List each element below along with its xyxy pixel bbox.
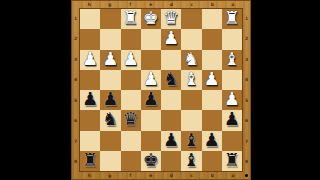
square-f4[interactable] [121, 70, 141, 90]
square-g7[interactable] [100, 131, 120, 151]
piece-wR[interactable]: ♜ [224, 9, 240, 27]
square-b4[interactable]: ♟ [202, 70, 222, 90]
square-d5[interactable] [161, 90, 181, 110]
square-e6[interactable] [141, 110, 161, 130]
square-a4[interactable] [222, 70, 242, 90]
coordinate-label: 1 [243, 8, 250, 29]
square-g4[interactable] [100, 70, 120, 90]
piece-wP[interactable]: ♟ [123, 50, 139, 68]
piece-wP[interactable]: ♟ [163, 29, 179, 47]
coordinate-label: f [120, 172, 141, 179]
square-h8[interactable]: ♜ [80, 151, 100, 171]
square-f8[interactable] [121, 151, 141, 171]
coordinate-label: 4 [72, 70, 79, 91]
rank-labels-left: 12345678 [72, 8, 79, 172]
square-h7[interactable] [80, 131, 100, 151]
square-a7[interactable] [222, 131, 242, 151]
square-e3[interactable] [141, 50, 161, 70]
piece-bN[interactable]: ♞ [102, 110, 118, 128]
piece-wP[interactable]: ♟ [204, 70, 220, 88]
piece-bB[interactable]: ♝ [183, 151, 199, 169]
piece-wB[interactable]: ♝ [183, 70, 199, 88]
piece-bP[interactable]: ♟ [143, 90, 159, 108]
square-f7[interactable] [121, 131, 141, 151]
square-f6[interactable]: ♛ [121, 110, 141, 130]
piece-bQ[interactable]: ♛ [123, 110, 139, 128]
coordinate-label: a [223, 172, 244, 179]
coordinate-label: h [79, 1, 100, 8]
square-d6[interactable] [161, 110, 181, 130]
coordinate-label: b [202, 172, 223, 179]
coordinate-label: 5 [72, 90, 79, 111]
piece-wR[interactable]: ♜ [123, 9, 139, 27]
square-h3[interactable]: ♟ [80, 50, 100, 70]
piece-bB[interactable]: ♝ [183, 131, 199, 149]
square-g3[interactable]: ♟ [100, 50, 120, 70]
letterbox-right [251, 0, 320, 180]
piece-wP[interactable]: ♟ [82, 50, 98, 68]
piece-wP[interactable]: ♟ [224, 90, 240, 108]
coordinate-label: e [141, 172, 162, 179]
board-squares: ♜♚♛♜♟♟♟♟♞♝♟♞♝♟♟♟♟♟♞♛♟♟♝♟♜♚♝♜ [79, 8, 243, 172]
coordinate-label: 2 [72, 29, 79, 50]
coordinate-label: h [79, 172, 100, 179]
coordinate-label: g [100, 172, 121, 179]
coordinate-label: 5 [243, 90, 250, 111]
square-e5[interactable]: ♟ [141, 90, 161, 110]
letterbox-left [0, 0, 71, 180]
square-b1[interactable] [202, 9, 222, 29]
square-a8[interactable]: ♜ [222, 151, 242, 171]
square-b7[interactable]: ♟ [202, 131, 222, 151]
square-e4[interactable]: ♟ [141, 70, 161, 90]
square-e2[interactable] [141, 29, 161, 49]
coordinate-label: 3 [243, 49, 250, 70]
square-b8[interactable] [202, 151, 222, 171]
file-labels-bottom: hgfedcba [79, 172, 243, 179]
coordinate-label: c [182, 172, 203, 179]
square-d8[interactable] [161, 151, 181, 171]
square-c3[interactable]: ♞ [181, 50, 201, 70]
coordinate-label: 4 [243, 70, 250, 91]
square-h4[interactable] [80, 70, 100, 90]
piece-bP[interactable]: ♟ [204, 131, 220, 149]
square-a2[interactable] [222, 29, 242, 49]
square-e8[interactable]: ♚ [141, 151, 161, 171]
square-g2[interactable] [100, 29, 120, 49]
coordinate-label: c [182, 1, 203, 8]
square-d4[interactable]: ♞ [161, 70, 181, 90]
square-g5[interactable]: ♟ [100, 90, 120, 110]
piece-bR[interactable]: ♜ [224, 151, 240, 169]
piece-wK[interactable]: ♚ [143, 9, 159, 27]
piece-wB[interactable]: ♝ [224, 50, 240, 68]
piece-bP[interactable]: ♟ [163, 131, 179, 149]
coordinate-label: 8 [72, 152, 79, 173]
square-c1[interactable] [181, 9, 201, 29]
letterboxed-stage: hgfedcba hgfedcba 12345678 12345678 ♜♚♛♜… [0, 0, 320, 180]
square-c5[interactable] [181, 90, 201, 110]
piece-bR[interactable]: ♜ [82, 151, 98, 169]
square-a3[interactable]: ♝ [222, 50, 242, 70]
square-g1[interactable] [100, 9, 120, 29]
square-d1[interactable]: ♛ [161, 9, 181, 29]
file-labels-top: hgfedcba [79, 1, 243, 8]
coordinate-label: d [161, 172, 182, 179]
piece-bP[interactable]: ♟ [82, 90, 98, 108]
square-e7[interactable] [141, 131, 161, 151]
square-d7[interactable]: ♟ [161, 131, 181, 151]
coordinate-label: 2 [243, 29, 250, 50]
square-h1[interactable] [80, 9, 100, 29]
piece-wP[interactable]: ♟ [102, 50, 118, 68]
square-d3[interactable] [161, 50, 181, 70]
coordinate-label: 8 [243, 152, 250, 173]
square-b2[interactable] [202, 29, 222, 49]
coordinate-label: 7 [72, 131, 79, 152]
square-b3[interactable] [202, 50, 222, 70]
piece-bP[interactable]: ♟ [224, 110, 240, 128]
coordinate-label: 7 [243, 131, 250, 152]
piece-wN[interactable]: ♞ [183, 50, 199, 68]
piece-bK[interactable]: ♚ [143, 151, 159, 169]
square-g8[interactable] [100, 151, 120, 171]
piece-wQ[interactable]: ♛ [163, 9, 179, 27]
coordinate-label: g [100, 1, 121, 8]
piece-bP[interactable]: ♟ [102, 90, 118, 108]
square-c8[interactable]: ♝ [181, 151, 201, 171]
coordinate-label: 6 [72, 111, 79, 132]
square-c4[interactable]: ♝ [181, 70, 201, 90]
coordinate-label: 3 [72, 49, 79, 70]
square-a1[interactable]: ♜ [222, 9, 242, 29]
piece-wP[interactable]: ♟ [143, 70, 159, 88]
square-e1[interactable]: ♚ [141, 9, 161, 29]
coordinate-label: 6 [243, 111, 250, 132]
square-a6[interactable]: ♟ [222, 110, 242, 130]
square-d2[interactable]: ♟ [161, 29, 181, 49]
square-a5[interactable]: ♟ [222, 90, 242, 110]
square-f3[interactable]: ♟ [121, 50, 141, 70]
rank-labels-right: 12345678 [243, 8, 250, 172]
square-f1[interactable]: ♜ [121, 9, 141, 29]
square-b6[interactable] [202, 110, 222, 130]
square-c6[interactable] [181, 110, 201, 130]
square-c7[interactable]: ♝ [181, 131, 201, 151]
coordinate-label: 1 [72, 8, 79, 29]
chess-board: hgfedcba hgfedcba 12345678 12345678 ♜♚♛♜… [71, 0, 251, 180]
square-c2[interactable] [181, 29, 201, 49]
piece-bN[interactable]: ♞ [163, 70, 179, 88]
square-g6[interactable]: ♞ [100, 110, 120, 130]
square-h2[interactable] [80, 29, 100, 49]
square-f5[interactable] [121, 90, 141, 110]
square-f2[interactable] [121, 29, 141, 49]
coordinate-label: b [202, 1, 223, 8]
move-indicator-dot [245, 174, 248, 177]
square-h6[interactable] [80, 110, 100, 130]
square-b5[interactable] [202, 90, 222, 110]
square-h5[interactable]: ♟ [80, 90, 100, 110]
